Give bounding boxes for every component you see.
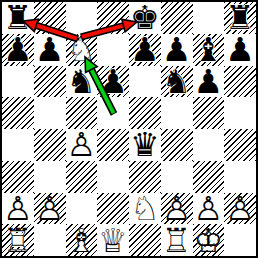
piece-white-rook-f1[interactable]: ♜♖ (161, 224, 193, 256)
piece-black-pawn-d6[interactable]: ♟ (97, 66, 129, 98)
piece-white-pawn-c4[interactable]: ♟♙ (66, 129, 98, 161)
square-e2[interactable]: ♞♘ (129, 193, 161, 225)
white-piece-outline: ♕ (97, 224, 129, 256)
square-d6[interactable]: ♟ (97, 66, 129, 98)
square-e1[interactable] (129, 224, 161, 256)
square-f6[interactable]: ♞ (161, 66, 193, 98)
square-c4[interactable]: ♟♙ (66, 129, 98, 161)
square-d4[interactable] (97, 129, 129, 161)
square-b8[interactable] (34, 2, 66, 34)
square-g4[interactable] (193, 129, 225, 161)
square-f5[interactable] (161, 97, 193, 129)
piece-white-pawn-h2[interactable]: ♟♙ (224, 193, 256, 225)
square-h4[interactable] (224, 129, 256, 161)
square-f4[interactable] (161, 129, 193, 161)
piece-white-pawn-b2[interactable]: ♟♙ (34, 193, 66, 225)
square-b2[interactable]: ♟♙ (34, 193, 66, 225)
square-g3[interactable] (193, 161, 225, 193)
square-e3[interactable] (129, 161, 161, 193)
square-d7[interactable] (97, 34, 129, 66)
square-f1[interactable]: ♜♖ (161, 224, 193, 256)
piece-black-knight-f6[interactable]: ♞ (161, 66, 193, 98)
square-g6[interactable]: ♟ (193, 66, 225, 98)
square-b5[interactable] (34, 97, 66, 129)
piece-white-rook-a1[interactable]: ♜♖ (2, 224, 34, 256)
square-a2[interactable]: ♟♙ (2, 193, 34, 225)
square-g1[interactable]: ♚♔ (193, 224, 225, 256)
white-piece-outline: ♙ (34, 193, 66, 225)
square-d2[interactable] (97, 193, 129, 225)
white-piece-outline: ♙ (224, 193, 256, 225)
square-e7[interactable]: ♟ (129, 34, 161, 66)
piece-white-pawn-f2[interactable]: ♟♙ (161, 193, 193, 225)
square-a1[interactable]: ♜♖ (2, 224, 34, 256)
square-h7[interactable]: ♟ (224, 34, 256, 66)
square-a7[interactable]: ♟ (2, 34, 34, 66)
square-h2[interactable]: ♟♙ (224, 193, 256, 225)
piece-black-bishop-g7[interactable]: ♝ (193, 34, 225, 66)
square-d8[interactable] (97, 2, 129, 34)
square-f7[interactable]: ♟ (161, 34, 193, 66)
square-a6[interactable] (2, 66, 34, 98)
square-g7[interactable]: ♝ (193, 34, 225, 66)
piece-white-bishop-c1[interactable]: ♝♗ (66, 224, 98, 256)
square-h1[interactable] (224, 224, 256, 256)
square-e5[interactable] (129, 97, 161, 129)
white-piece-outline: ♙ (193, 193, 225, 225)
square-b6[interactable] (34, 66, 66, 98)
white-piece-outline: ♙ (2, 193, 34, 225)
square-f8[interactable] (161, 2, 193, 34)
square-g2[interactable]: ♟♙ (193, 193, 225, 225)
white-piece-outline: ♔ (193, 224, 225, 256)
piece-black-pawn-f7[interactable]: ♟ (161, 34, 193, 66)
square-b7[interactable]: ♟ (34, 34, 66, 66)
square-f2[interactable]: ♟♙ (161, 193, 193, 225)
square-h3[interactable] (224, 161, 256, 193)
square-e4[interactable]: ♛ (129, 129, 161, 161)
square-h8[interactable]: ♜ (224, 2, 256, 34)
square-e6[interactable] (129, 66, 161, 98)
square-d3[interactable] (97, 161, 129, 193)
square-b1[interactable] (34, 224, 66, 256)
piece-white-knight-c7[interactable]: ♞♘ (66, 34, 98, 66)
white-piece-outline: ♙ (66, 129, 98, 161)
chess-board: ♜♚♜♟♟♞♘♟♟♝♟♞♟♞♟♟♙♛♟♙♟♙♞♘♟♙♟♙♟♙♜♖♝♗♛♕♜♖♚♔ (2, 2, 256, 256)
square-a8[interactable]: ♜ (2, 2, 34, 34)
white-piece-outline: ♙ (161, 193, 193, 225)
square-c8[interactable] (66, 2, 98, 34)
white-piece-outline: ♘ (129, 193, 161, 225)
piece-black-rook-a8[interactable]: ♜ (2, 2, 34, 34)
square-c1[interactable]: ♝♗ (66, 224, 98, 256)
square-g5[interactable] (193, 97, 225, 129)
square-a5[interactable] (2, 97, 34, 129)
white-piece-outline: ♖ (161, 224, 193, 256)
square-a4[interactable] (2, 129, 34, 161)
square-c6[interactable]: ♞ (66, 66, 98, 98)
piece-black-pawn-e7[interactable]: ♟ (129, 34, 161, 66)
piece-white-king-g1[interactable]: ♚♔ (193, 224, 225, 256)
square-g8[interactable] (193, 2, 225, 34)
square-c5[interactable] (66, 97, 98, 129)
piece-black-king-e8[interactable]: ♚ (129, 2, 161, 34)
square-c3[interactable] (66, 161, 98, 193)
white-piece-outline: ♘ (66, 34, 98, 66)
square-c2[interactable] (66, 193, 98, 225)
square-h5[interactable] (224, 97, 256, 129)
white-piece-outline: ♖ (2, 224, 34, 256)
square-h6[interactable] (224, 66, 256, 98)
square-d1[interactable]: ♛♕ (97, 224, 129, 256)
piece-black-rook-h8[interactable]: ♜ (224, 2, 256, 34)
piece-black-queen-e4[interactable]: ♛ (129, 129, 161, 161)
piece-white-queen-d1[interactable]: ♛♕ (97, 224, 129, 256)
piece-black-knight-c6[interactable]: ♞ (66, 66, 98, 98)
square-b3[interactable] (34, 161, 66, 193)
square-c7[interactable]: ♞♘ (66, 34, 98, 66)
piece-black-pawn-h7[interactable]: ♟ (224, 34, 256, 66)
white-piece-outline: ♗ (66, 224, 98, 256)
piece-black-pawn-b7[interactable]: ♟ (34, 34, 66, 66)
square-a3[interactable] (2, 161, 34, 193)
piece-white-knight-e2[interactable]: ♞♘ (129, 193, 161, 225)
piece-black-pawn-g6[interactable]: ♟ (193, 66, 225, 98)
piece-white-pawn-g2[interactable]: ♟♙ (193, 193, 225, 225)
square-b4[interactable] (34, 129, 66, 161)
piece-white-pawn-a2[interactable]: ♟♙ (2, 193, 34, 225)
piece-black-pawn-a7[interactable]: ♟ (2, 34, 34, 66)
square-f3[interactable] (161, 161, 193, 193)
square-d5[interactable] (97, 97, 129, 129)
square-e8[interactable]: ♚ (129, 2, 161, 34)
chess-diagram: ♜♚♜♟♟♞♘♟♟♝♟♞♟♞♟♟♙♛♟♙♟♙♞♘♟♙♟♙♟♙♜♖♝♗♛♕♜♖♚♔ (0, 0, 258, 258)
